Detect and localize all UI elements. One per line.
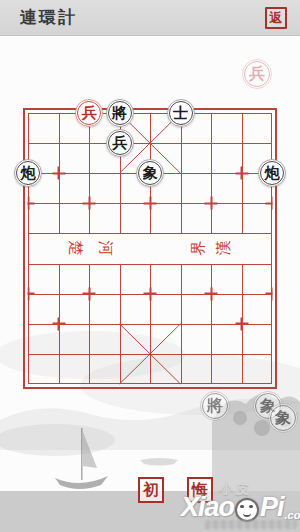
piece-black-elephant[interactable]: 象 bbox=[136, 159, 164, 187]
piece-black-cannon[interactable]: 炮 bbox=[258, 159, 286, 187]
app-screen: 連環計 返 楚 河 界 漢 兵將士兵炮象炮 小皮 Xiao Pi .co bbox=[0, 0, 300, 532]
point-marker bbox=[144, 287, 157, 300]
river-text-han: 漢 bbox=[214, 241, 233, 256]
piece-black-cannon[interactable]: 炮 bbox=[14, 159, 42, 187]
top-bar: 連環計 返 bbox=[0, 0, 300, 36]
river-text-jie: 界 bbox=[189, 241, 208, 256]
watermark-logo: Xiao Pi .com bbox=[181, 492, 300, 523]
reset-button[interactable]: 初 bbox=[138, 477, 164, 503]
tray-piece-black-elephant[interactable]: 象 bbox=[268, 403, 298, 433]
tray-piece-black-general[interactable]: 將 bbox=[200, 391, 230, 421]
watermark-logo-right: Pi bbox=[260, 492, 284, 523]
river-text-he: 河 bbox=[96, 241, 115, 256]
point-marker bbox=[144, 197, 157, 210]
piece-black-advisor[interactable]: 士 bbox=[167, 99, 195, 127]
point-marker bbox=[266, 287, 279, 300]
point-marker bbox=[22, 287, 35, 300]
point-marker bbox=[235, 167, 248, 180]
xiangqi-board[interactable]: 楚 河 界 漢 兵將士兵炮象炮 bbox=[23, 108, 277, 389]
piece-black-soldier[interactable]: 兵 bbox=[106, 129, 134, 157]
point-marker bbox=[83, 287, 96, 300]
piece-red-soldier[interactable]: 兵 bbox=[75, 99, 103, 127]
point-marker bbox=[235, 317, 248, 330]
point-marker bbox=[22, 197, 35, 210]
tray-piece-red-soldier[interactable]: 兵 bbox=[242, 59, 272, 89]
level-title: 連環計 bbox=[20, 0, 77, 35]
watermark-logo-left: Xiao bbox=[181, 492, 234, 523]
panda-face-icon bbox=[235, 498, 259, 522]
point-marker bbox=[52, 317, 65, 330]
back-button[interactable]: 返 bbox=[265, 7, 287, 29]
river-text-chu: 楚 bbox=[66, 241, 85, 256]
piece-black-general[interactable]: 將 bbox=[106, 99, 134, 127]
point-marker bbox=[205, 287, 218, 300]
point-marker bbox=[52, 167, 65, 180]
point-marker bbox=[266, 197, 279, 210]
watermark-smudge-text bbox=[205, 520, 297, 529]
point-marker bbox=[83, 197, 96, 210]
point-marker bbox=[205, 197, 218, 210]
